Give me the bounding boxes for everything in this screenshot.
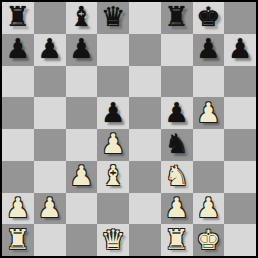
piece-black-bishop: ♝: [69, 3, 93, 30]
square-e5[interactable]: [129, 97, 161, 129]
square-b6[interactable]: [34, 66, 66, 98]
square-e1[interactable]: [129, 224, 161, 256]
square-f8[interactable]: ♜: [161, 2, 193, 34]
piece-white-knight: ♞: [165, 162, 189, 189]
piece-white-pawn: ♟: [69, 162, 93, 189]
square-a1[interactable]: ♜: [2, 224, 34, 256]
square-h5[interactable]: [224, 97, 256, 129]
square-b1[interactable]: [34, 224, 66, 256]
square-f4[interactable]: ♞: [161, 129, 193, 161]
square-a3[interactable]: [2, 161, 34, 193]
square-f1[interactable]: ♜: [161, 224, 193, 256]
square-c1[interactable]: [66, 224, 98, 256]
piece-white-pawn: ♟: [101, 130, 125, 157]
square-c3[interactable]: ♟: [66, 161, 98, 193]
chess-board: ♜♝♛♜♚♟♟♟♟♟♟♟♟♟♞♟♝♞♟♟♟♟♜♛♜♚: [0, 0, 258, 258]
piece-white-bishop: ♝: [101, 162, 125, 189]
square-g3[interactable]: [193, 161, 225, 193]
square-a6[interactable]: [2, 66, 34, 98]
piece-white-pawn: ♟: [196, 194, 220, 221]
square-d6[interactable]: [97, 66, 129, 98]
square-d1[interactable]: ♛: [97, 224, 129, 256]
piece-white-pawn: ♟: [6, 194, 30, 221]
square-f2[interactable]: ♟: [161, 193, 193, 225]
square-c7[interactable]: ♟: [66, 34, 98, 66]
square-e4[interactable]: [129, 129, 161, 161]
square-h7[interactable]: ♟: [224, 34, 256, 66]
square-h8[interactable]: [224, 2, 256, 34]
piece-black-knight: ♞: [165, 130, 189, 157]
piece-black-pawn: ♟: [101, 99, 125, 126]
square-d3[interactable]: ♝: [97, 161, 129, 193]
piece-white-queen: ♛: [101, 226, 125, 253]
square-g1[interactable]: ♚: [193, 224, 225, 256]
square-h6[interactable]: [224, 66, 256, 98]
square-a4[interactable]: [2, 129, 34, 161]
square-h4[interactable]: [224, 129, 256, 161]
square-a8[interactable]: ♜: [2, 2, 34, 34]
piece-white-pawn: ♟: [38, 194, 62, 221]
piece-black-rook: ♜: [165, 3, 189, 30]
square-d4[interactable]: ♟: [97, 129, 129, 161]
square-e6[interactable]: [129, 66, 161, 98]
square-b7[interactable]: ♟: [34, 34, 66, 66]
square-e3[interactable]: [129, 161, 161, 193]
piece-black-pawn: ♟: [69, 35, 93, 62]
piece-black-rook: ♜: [6, 3, 30, 30]
square-d5[interactable]: ♟: [97, 97, 129, 129]
piece-black-pawn: ♟: [165, 99, 189, 126]
square-b3[interactable]: [34, 161, 66, 193]
square-g8[interactable]: ♚: [193, 2, 225, 34]
square-f7[interactable]: [161, 34, 193, 66]
piece-black-queen: ♛: [101, 3, 125, 30]
piece-black-pawn: ♟: [38, 35, 62, 62]
piece-black-pawn: ♟: [228, 35, 252, 62]
square-e7[interactable]: [129, 34, 161, 66]
square-h3[interactable]: [224, 161, 256, 193]
square-a7[interactable]: ♟: [2, 34, 34, 66]
square-f6[interactable]: [161, 66, 193, 98]
square-b5[interactable]: [34, 97, 66, 129]
square-f3[interactable]: ♞: [161, 161, 193, 193]
piece-white-pawn: ♟: [196, 99, 220, 126]
piece-white-pawn: ♟: [165, 194, 189, 221]
square-h1[interactable]: [224, 224, 256, 256]
square-e2[interactable]: [129, 193, 161, 225]
piece-white-king: ♚: [196, 226, 220, 253]
square-d2[interactable]: [97, 193, 129, 225]
piece-black-king: ♚: [196, 3, 220, 30]
square-b2[interactable]: ♟: [34, 193, 66, 225]
square-g4[interactable]: [193, 129, 225, 161]
piece-white-rook: ♜: [6, 226, 30, 253]
square-g6[interactable]: [193, 66, 225, 98]
square-b4[interactable]: [34, 129, 66, 161]
square-g7[interactable]: ♟: [193, 34, 225, 66]
piece-black-pawn: ♟: [6, 35, 30, 62]
square-f5[interactable]: ♟: [161, 97, 193, 129]
square-a5[interactable]: [2, 97, 34, 129]
square-b8[interactable]: [34, 2, 66, 34]
square-c6[interactable]: [66, 66, 98, 98]
piece-black-pawn: ♟: [196, 35, 220, 62]
square-g5[interactable]: ♟: [193, 97, 225, 129]
square-c8[interactable]: ♝: [66, 2, 98, 34]
square-a2[interactable]: ♟: [2, 193, 34, 225]
square-h2[interactable]: [224, 193, 256, 225]
square-c5[interactable]: [66, 97, 98, 129]
square-d7[interactable]: [97, 34, 129, 66]
square-e8[interactable]: [129, 2, 161, 34]
square-d8[interactable]: ♛: [97, 2, 129, 34]
square-c2[interactable]: [66, 193, 98, 225]
square-g2[interactable]: ♟: [193, 193, 225, 225]
square-c4[interactable]: [66, 129, 98, 161]
piece-white-rook: ♜: [165, 226, 189, 253]
